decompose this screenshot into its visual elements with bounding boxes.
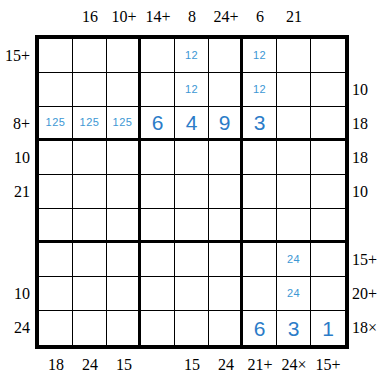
cell-r6c9[interactable] — [311, 209, 345, 243]
bottom-clue-col1: 18 — [39, 353, 73, 377]
cell-r2c9[interactable] — [311, 73, 345, 107]
bottom-clue-col8: 24× — [277, 353, 311, 377]
cell-r9c9[interactable]: 1 — [311, 311, 345, 345]
cell-r5c1[interactable] — [39, 175, 73, 209]
bottom-clue-col9: 15+ — [311, 353, 345, 377]
bottom-clue-col4 — [141, 353, 175, 377]
cell-r9c4[interactable] — [141, 311, 175, 345]
pencil-marks: 24 — [287, 288, 300, 299]
cell-r9c7[interactable]: 6 — [243, 311, 277, 345]
top-clue-col7: 6 — [243, 5, 277, 29]
cell-r7c2[interactable] — [73, 243, 107, 277]
cell-r5c3[interactable] — [107, 175, 141, 209]
left-clue-row9: 24 — [0, 311, 33, 345]
cell-r4c2[interactable] — [73, 141, 107, 175]
top-clue-col9 — [311, 5, 345, 29]
cell-r2c2[interactable] — [73, 73, 107, 107]
cell-r3c9[interactable] — [311, 107, 345, 141]
cell-r6c4[interactable] — [141, 209, 175, 243]
cell-r1c4[interactable] — [141, 39, 175, 73]
cell-r8c3[interactable] — [107, 277, 141, 311]
bottom-clue-col2: 24 — [73, 353, 107, 377]
solved-digit: 4 — [186, 112, 198, 133]
cell-r4c1[interactable] — [39, 141, 73, 175]
top-clue-row: 1610+14+824+621 — [39, 5, 345, 29]
cell-r7c4[interactable] — [141, 243, 175, 277]
cell-r9c2[interactable] — [73, 311, 107, 345]
top-clue-col1 — [39, 5, 73, 29]
cell-r2c7[interactable]: 12 — [243, 73, 277, 107]
cell-r5c7[interactable] — [243, 175, 277, 209]
cell-r2c6[interactable] — [209, 73, 243, 107]
right-clue-row8: 20+ — [352, 277, 386, 311]
cell-r1c9[interactable] — [311, 39, 345, 73]
cell-r8c6[interactable] — [209, 277, 243, 311]
cell-r9c6[interactable] — [209, 311, 243, 345]
bottom-clue-col3: 15 — [107, 353, 141, 377]
cell-r4c9[interactable] — [311, 141, 345, 175]
cell-r4c4[interactable] — [141, 141, 175, 175]
left-clue-row1: 15+ — [0, 39, 33, 73]
cell-r1c5[interactable]: 12 — [175, 39, 209, 73]
cell-r2c1[interactable] — [39, 73, 73, 107]
top-clue-col8: 21 — [277, 5, 311, 29]
cell-r1c1[interactable] — [39, 39, 73, 73]
right-clue-row2: 10 — [352, 73, 386, 107]
right-clue-row7: 15+ — [352, 243, 386, 277]
cell-r7c3[interactable] — [107, 243, 141, 277]
cell-r6c2[interactable] — [73, 209, 107, 243]
cell-r4c8[interactable] — [277, 141, 311, 175]
cell-r6c7[interactable] — [243, 209, 277, 243]
cell-r2c3[interactable] — [107, 73, 141, 107]
bottom-clue-row: 182415152421+24×15+ — [39, 353, 345, 377]
left-clue-row6 — [0, 209, 33, 243]
right-clue-row4: 18 — [352, 141, 386, 175]
pencil-marks: 24 — [287, 254, 300, 265]
cell-r1c6[interactable] — [209, 39, 243, 73]
cell-r7c5[interactable] — [175, 243, 209, 277]
cell-r3c1[interactable]: 125 — [39, 107, 73, 141]
left-clue-row7 — [0, 243, 33, 277]
cell-r6c5[interactable] — [175, 209, 209, 243]
right-clue-row1 — [352, 39, 386, 73]
cell-r8c8[interactable]: 24 — [277, 277, 311, 311]
cell-r6c6[interactable] — [209, 209, 243, 243]
solved-digit: 6 — [152, 112, 164, 133]
pencil-marks: 125 — [113, 117, 133, 128]
cell-r6c1[interactable] — [39, 209, 73, 243]
cell-r5c5[interactable] — [175, 175, 209, 209]
bottom-clue-col6: 24 — [209, 353, 243, 377]
cell-r8c2[interactable] — [73, 277, 107, 311]
top-clue-col2: 16 — [73, 5, 107, 29]
cell-r5c8[interactable] — [277, 175, 311, 209]
pencil-marks: 125 — [46, 117, 66, 128]
bottom-clue-col7: 21+ — [243, 353, 277, 377]
puzzle-canvas: 1610+14+824+621 182415152421+24×15+ 15+8… — [0, 0, 386, 386]
cell-r7c7[interactable] — [243, 243, 277, 277]
cell-r1c2[interactable] — [73, 39, 107, 73]
left-clue-row2 — [0, 73, 33, 107]
cell-r3c7[interactable]: 3 — [243, 107, 277, 141]
cell-r4c7[interactable] — [243, 141, 277, 175]
cell-r4c5[interactable] — [175, 141, 209, 175]
cell-r9c5[interactable] — [175, 311, 209, 345]
bottom-clue-col5: 15 — [175, 353, 209, 377]
solved-digit: 9 — [219, 112, 231, 133]
cell-r3c3[interactable]: 125 — [107, 107, 141, 141]
top-clue-col4: 14+ — [141, 5, 175, 29]
cell-r2c8[interactable] — [277, 73, 311, 107]
sudoku-board: 1212121212512512564932424631 — [35, 35, 349, 349]
solved-digit: 1 — [322, 318, 334, 339]
cell-r9c3[interactable] — [107, 311, 141, 345]
solved-digit: 6 — [254, 318, 266, 339]
cell-r8c1[interactable] — [39, 277, 73, 311]
right-clue-row5: 10 — [352, 175, 386, 209]
right-clue-row6 — [352, 209, 386, 243]
cell-r5c9[interactable] — [311, 175, 345, 209]
cell-r1c3[interactable] — [107, 39, 141, 73]
right-clue-row9: 18× — [352, 311, 386, 345]
cell-r8c9[interactable] — [311, 277, 345, 311]
solved-digit: 3 — [254, 112, 266, 133]
cell-r5c2[interactable] — [73, 175, 107, 209]
right-clue-column: 1018181015+20+18× — [352, 39, 386, 345]
pencil-marks: 12 — [253, 50, 266, 61]
cell-r4c6[interactable] — [209, 141, 243, 175]
pencil-marks: 12 — [185, 50, 198, 61]
cell-r4c3[interactable] — [107, 141, 141, 175]
cell-r3c2[interactable]: 125 — [73, 107, 107, 141]
left-clue-row8: 10 — [0, 277, 33, 311]
cell-r8c4[interactable] — [141, 277, 175, 311]
cell-r1c7[interactable]: 12 — [243, 39, 277, 73]
cell-r7c6[interactable] — [209, 243, 243, 277]
cell-r9c8[interactable]: 3 — [277, 311, 311, 345]
pencil-marks: 12 — [185, 84, 198, 95]
left-clue-row5: 21 — [0, 175, 33, 209]
cell-r2c4[interactable] — [141, 73, 175, 107]
cell-r3c5[interactable]: 4 — [175, 107, 209, 141]
left-clue-row3: 8+ — [0, 107, 33, 141]
cell-r3c6[interactable]: 9 — [209, 107, 243, 141]
pencil-marks: 12 — [253, 84, 266, 95]
top-clue-col6: 24+ — [209, 5, 243, 29]
left-clue-column: 15+8+10211024 — [0, 39, 33, 345]
cell-r1c8[interactable] — [277, 39, 311, 73]
cell-r6c3[interactable] — [107, 209, 141, 243]
left-clue-row4: 10 — [0, 141, 33, 175]
cell-r7c9[interactable] — [311, 243, 345, 277]
cell-r7c8[interactable]: 24 — [277, 243, 311, 277]
cell-r5c6[interactable] — [209, 175, 243, 209]
cell-r3c4[interactable]: 6 — [141, 107, 175, 141]
pencil-marks: 125 — [80, 117, 100, 128]
cell-r9c1[interactable] — [39, 311, 73, 345]
top-clue-col5: 8 — [175, 5, 209, 29]
right-clue-row3: 18 — [352, 107, 386, 141]
cell-r8c7[interactable] — [243, 277, 277, 311]
cell-r6c8[interactable] — [277, 209, 311, 243]
top-clue-col3: 10+ — [107, 5, 141, 29]
cell-r8c5[interactable] — [175, 277, 209, 311]
cell-r5c4[interactable] — [141, 175, 175, 209]
solved-digit: 3 — [288, 318, 300, 339]
cell-r7c1[interactable] — [39, 243, 73, 277]
cell-r2c5[interactable]: 12 — [175, 73, 209, 107]
cell-r3c8[interactable] — [277, 107, 311, 141]
